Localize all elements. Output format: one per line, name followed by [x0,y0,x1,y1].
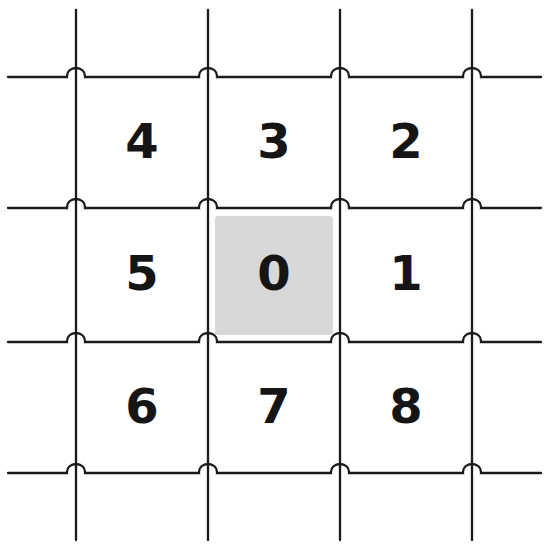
cell-r1c2[interactable]: 1 [340,208,472,342]
cell-value: 7 [257,382,290,430]
cell-r0c1[interactable]: 3 [208,77,340,208]
cell-value: 0 [257,249,290,297]
cell-r2c2[interactable]: 8 [340,342,472,473]
cell-value: 8 [389,382,422,430]
cell-value: 3 [257,117,290,165]
cell-r2c0[interactable]: 6 [76,342,208,473]
neighborhood-board: 4 3 2 5 0 1 6 7 8 [0,0,550,550]
cell-r1c0[interactable]: 5 [76,208,208,342]
cell-r2c1[interactable]: 7 [208,342,340,473]
cell-value: 5 [125,249,158,297]
cell-r1c1-center-highlighted[interactable]: 0 [208,208,340,342]
cell-value: 2 [389,117,422,165]
cell-r0c2[interactable]: 2 [340,77,472,208]
cell-r0c0[interactable]: 4 [76,77,208,208]
cell-value: 4 [125,117,158,165]
cell-value: 1 [389,249,422,297]
grid-hline [8,68,541,77]
cell-value: 6 [125,382,158,430]
